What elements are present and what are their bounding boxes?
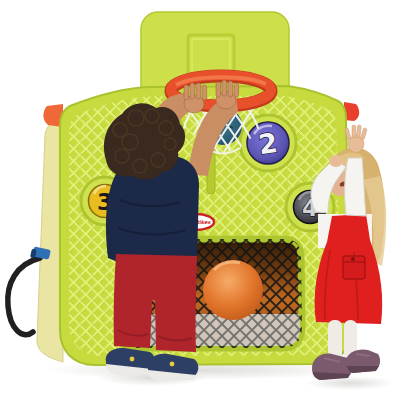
girl-hand-bent <box>329 155 343 167</box>
girl-shoe-right <box>346 349 380 373</box>
girl-dress-pocket <box>343 256 365 279</box>
target-2: 2 <box>240 115 296 171</box>
boy-shoe-left <box>106 348 155 375</box>
product-photo: 2 3 4 little tikes <box>0 0 400 400</box>
goal-ball <box>203 260 263 320</box>
scene-svg: 2 3 4 little tikes <box>0 0 400 400</box>
girl-hand-raised <box>345 125 368 153</box>
girl-arm-raised <box>345 158 366 216</box>
